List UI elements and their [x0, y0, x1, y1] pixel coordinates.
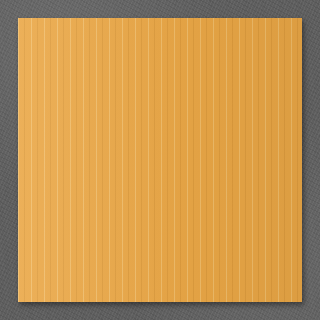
go-board[interactable]	[18, 18, 302, 302]
go-diagram	[0, 0, 320, 320]
